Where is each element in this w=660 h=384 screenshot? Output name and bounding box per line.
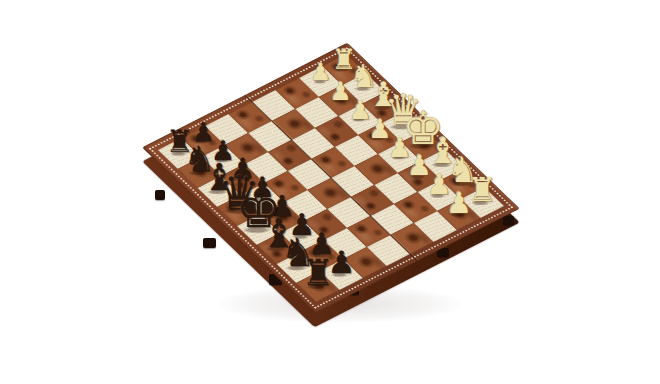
chess-set-product-photo[interactable]: ♜♟♞♟♝♟♛♟♟♚♜♟♟♝♞♟♟♞♝♟♟♜♛♟♟♚♟♝♟♞♟♜ xyxy=(0,0,660,384)
rubber-foot xyxy=(503,216,514,225)
clasp xyxy=(155,190,165,200)
chess-board xyxy=(158,54,504,302)
rubber-foot xyxy=(203,238,216,248)
